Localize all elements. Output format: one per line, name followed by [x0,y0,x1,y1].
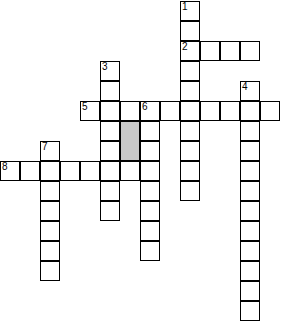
crossword-cell[interactable] [180,81,200,101]
crossword-cell[interactable]: 8 [0,161,20,181]
crossword-cell[interactable]: 7 [40,141,60,161]
crossword-cell[interactable] [260,101,280,121]
crossword-cell[interactable] [240,141,260,161]
crossword-cell[interactable] [240,101,260,121]
crossword-cell[interactable] [100,201,120,221]
crossword-cell[interactable] [240,121,260,141]
crossword-cell[interactable] [240,221,260,241]
crossword-cell[interactable] [40,261,60,281]
crossword-cell[interactable] [140,161,160,181]
clue-number: 5 [82,102,88,112]
crossword-cell[interactable]: 3 [100,61,120,81]
crossword-puzzle: 12345678 [0,0,281,321]
crossword-cell[interactable] [40,201,60,221]
crossword-cell[interactable] [240,261,260,281]
crossword-cell[interactable] [100,121,120,141]
shaded-cell [120,121,140,161]
crossword-cell[interactable] [100,101,120,121]
clue-number: 3 [102,62,108,72]
crossword-cell[interactable] [180,101,200,121]
crossword-cell[interactable] [40,181,60,201]
crossword-cell[interactable] [40,221,60,241]
crossword-cell[interactable] [240,201,260,221]
crossword-cell[interactable] [240,301,260,321]
clue-number: 6 [142,102,148,112]
crossword-cell[interactable] [80,161,100,181]
crossword-cell[interactable] [200,101,220,121]
clue-number: 7 [42,142,48,152]
crossword-cell[interactable] [180,141,200,161]
crossword-cell[interactable] [60,161,80,181]
clue-number: 2 [182,42,188,52]
crossword-cell[interactable] [140,121,160,141]
crossword-cell[interactable]: 6 [140,101,160,121]
crossword-cell[interactable] [180,61,200,81]
clue-number: 8 [2,162,8,172]
crossword-cell[interactable] [100,81,120,101]
crossword-cell[interactable] [160,101,180,121]
crossword-cell[interactable] [100,141,120,161]
crossword-cell[interactable] [180,121,200,141]
crossword-cell[interactable] [20,161,40,181]
crossword-cell[interactable] [220,101,240,121]
crossword-cell[interactable] [180,21,200,41]
crossword-cell[interactable] [240,281,260,301]
crossword-cell[interactable] [240,181,260,201]
crossword-cell[interactable]: 1 [180,1,200,21]
crossword-cell[interactable] [220,41,240,61]
clue-number: 4 [242,82,248,92]
crossword-cell[interactable] [140,221,160,241]
crossword-cell[interactable] [140,181,160,201]
crossword-cell[interactable] [100,181,120,201]
crossword-cell[interactable] [40,241,60,261]
crossword-cell[interactable] [120,101,140,121]
crossword-cell[interactable] [140,201,160,221]
crossword-grid: 12345678 [0,1,280,321]
crossword-cell[interactable] [180,181,200,201]
clue-number: 1 [182,2,188,12]
crossword-cell[interactable]: 5 [80,101,100,121]
crossword-cell[interactable] [140,141,160,161]
crossword-cell[interactable] [240,241,260,261]
crossword-cell[interactable] [200,41,220,61]
crossword-cell[interactable] [140,241,160,261]
crossword-cell[interactable] [120,161,140,181]
crossword-cell[interactable] [180,161,200,181]
crossword-cell[interactable]: 4 [240,81,260,101]
crossword-cell[interactable]: 2 [180,41,200,61]
crossword-cell[interactable] [240,161,260,181]
crossword-cell[interactable] [240,41,260,61]
crossword-cell[interactable] [40,161,60,181]
crossword-cell[interactable] [100,161,120,181]
